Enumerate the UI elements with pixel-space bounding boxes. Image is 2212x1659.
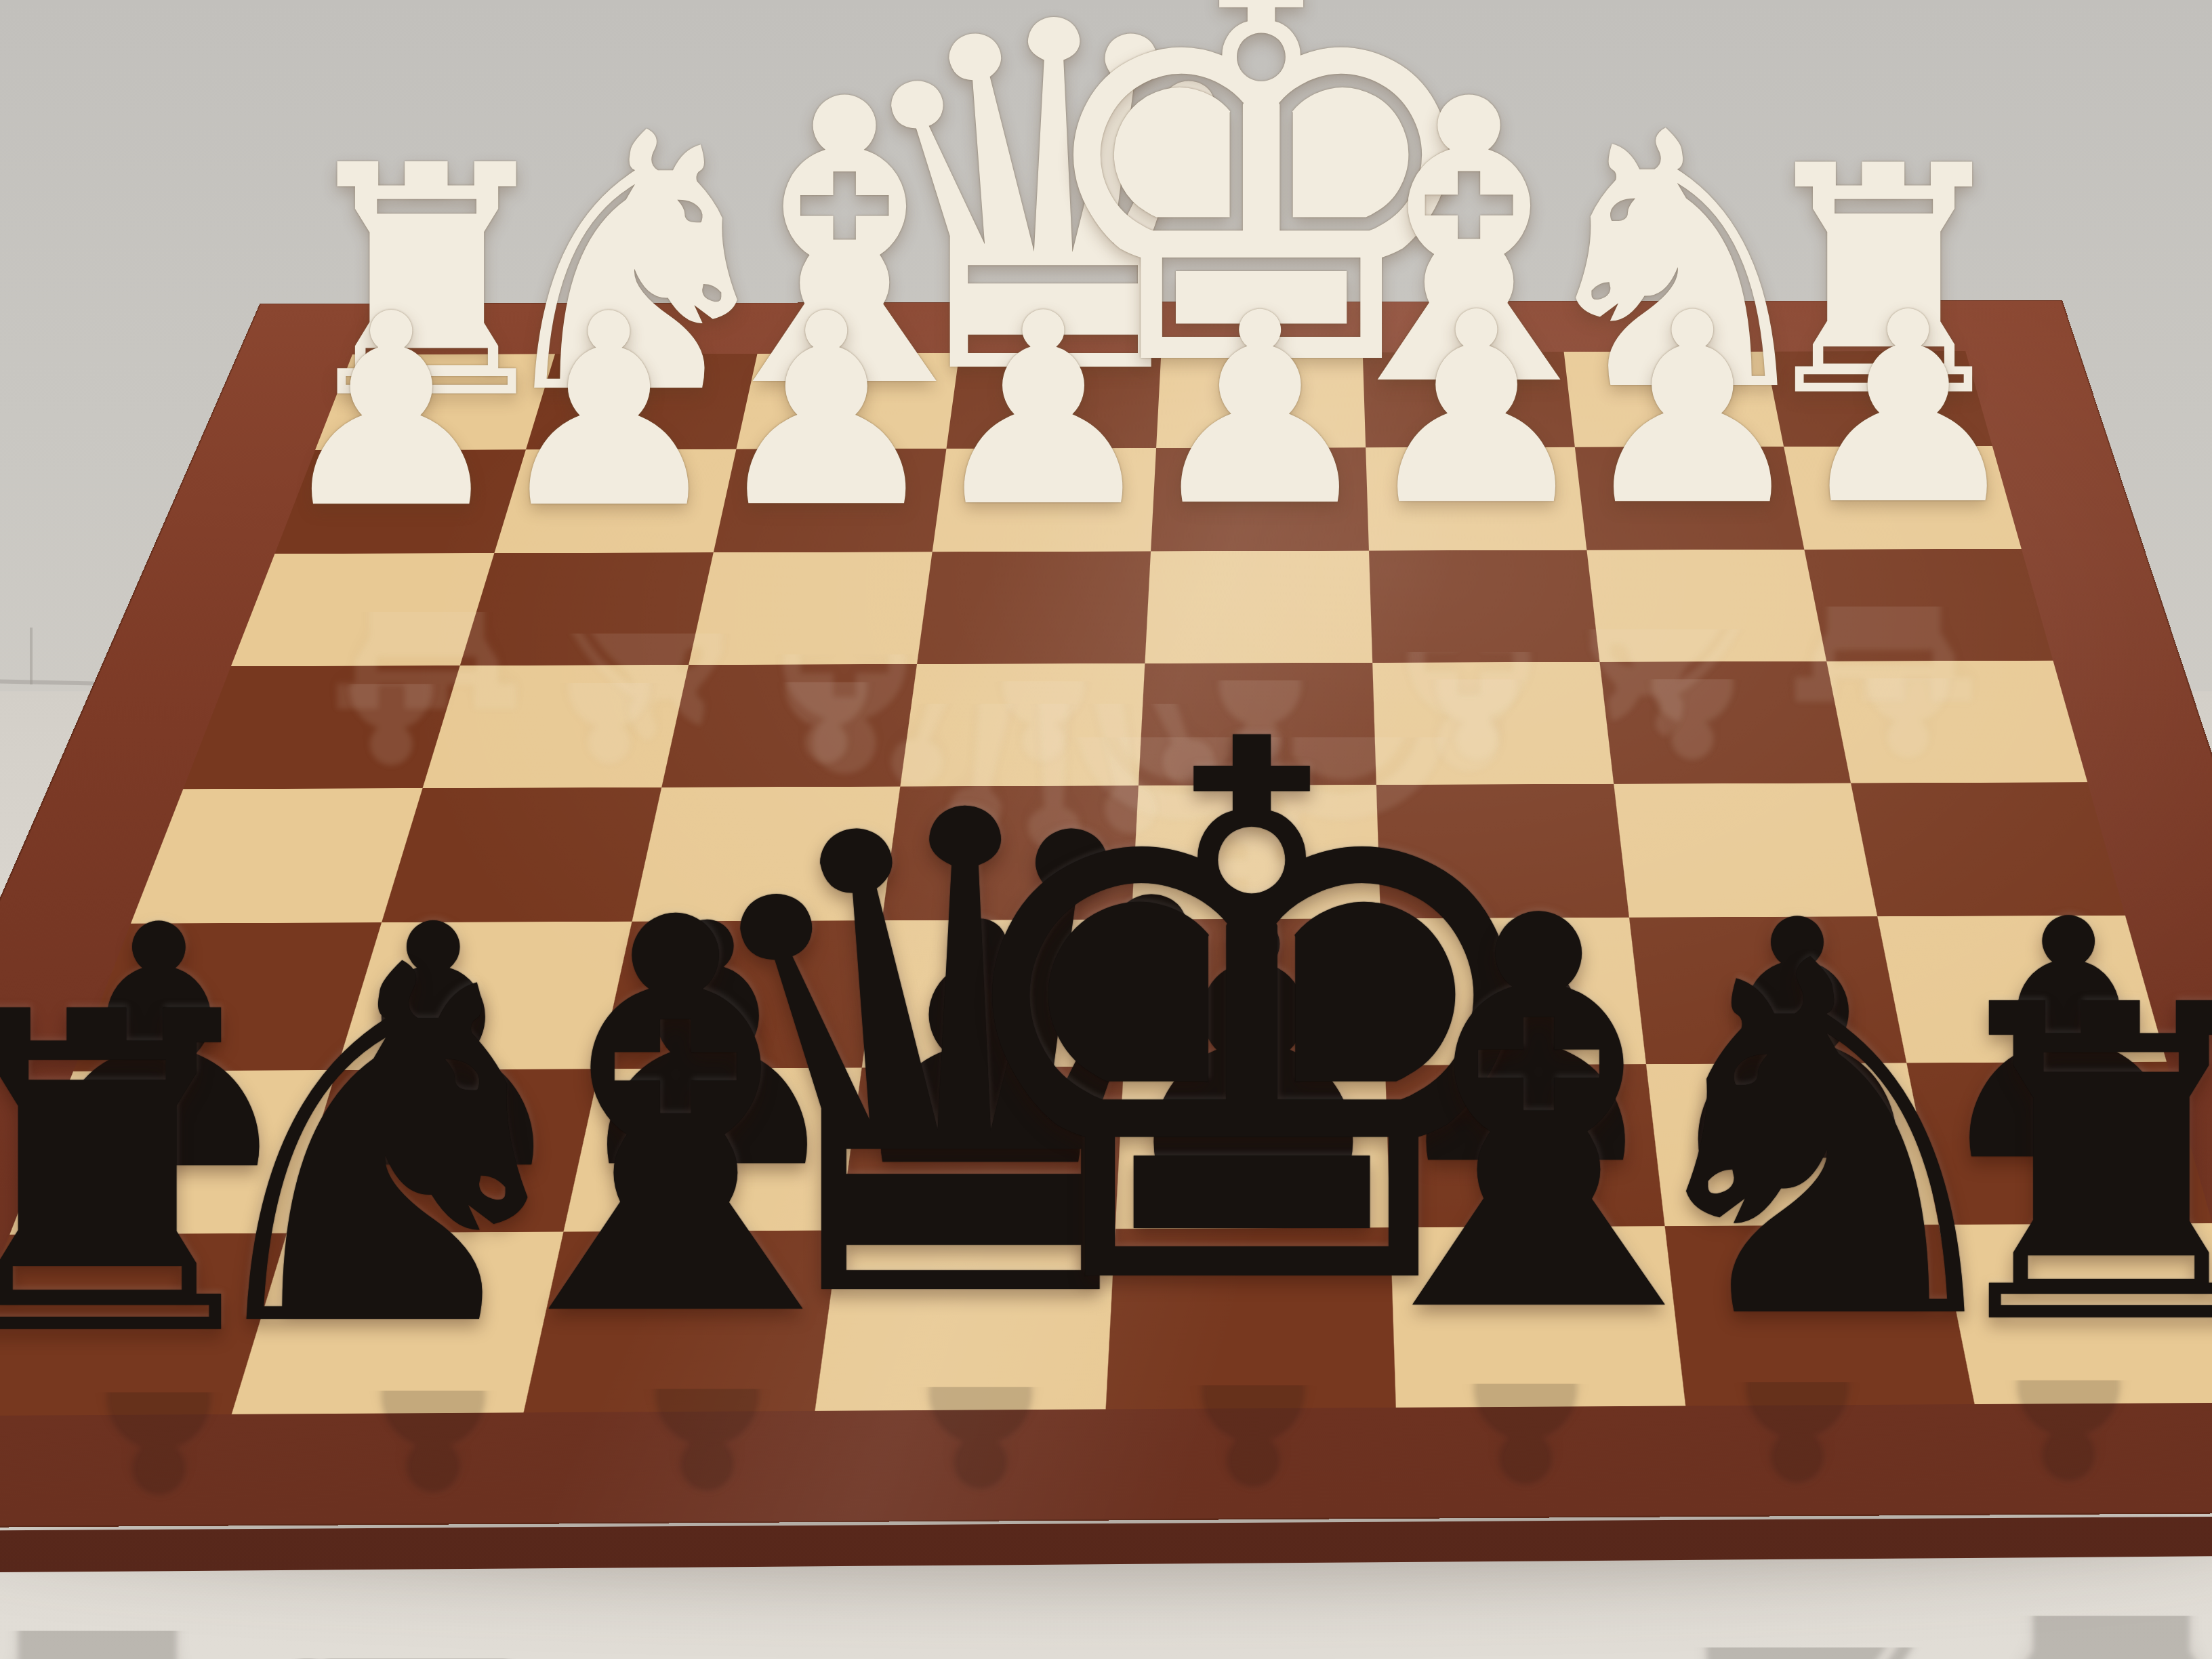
square-a3[interactable]: [1804, 549, 2053, 661]
piece-white-pawn-c2[interactable]: ♟: [1358, 279, 1595, 542]
piece-black-rook-a8[interactable]: ♜: [1917, 950, 2212, 1384]
square-b3[interactable]: [1586, 550, 1826, 662]
piece-white-pawn-a2[interactable]: ♟: [1790, 278, 2026, 541]
piece-white-pawn-f2[interactable]: ♟: [708, 279, 945, 544]
photo-scene: ♜♜♞♞♝♝♛♛♚♚♝♝♞♞♜♜♟♟♟♟♟♟♟♟♟♟♟♟♟♟♟♟♟♟♟♟♟♟♟♟…: [0, 0, 2212, 1659]
wall-mark: [30, 628, 33, 684]
piece-white-pawn-h2[interactable]: ♟: [272, 279, 510, 545]
square-h4[interactable]: [183, 665, 460, 789]
piece-white-pawn-g2[interactable]: ♟: [490, 279, 728, 544]
square-b4[interactable]: [1599, 661, 1851, 784]
piece-white-pawn-e2[interactable]: ♟: [925, 279, 1162, 543]
square-f3[interactable]: [689, 552, 932, 665]
square-a4[interactable]: [1826, 661, 2087, 783]
square-h3[interactable]: [231, 553, 495, 666]
piece-white-pawn-b2[interactable]: ♟: [1574, 279, 1810, 541]
piece-white-pawn-d2[interactable]: ♟: [1142, 279, 1378, 543]
square-g4[interactable]: [423, 665, 689, 788]
square-g3[interactable]: [460, 552, 714, 665]
